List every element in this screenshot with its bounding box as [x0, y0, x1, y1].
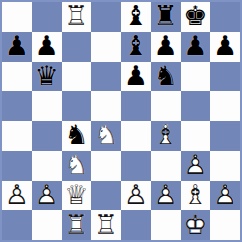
- piece-white-rook[interactable]: ♜♖: [64, 211, 88, 238]
- square-b8[interactable]: [32, 2, 62, 32]
- square-g6[interactable]: [181, 62, 211, 92]
- piece-black-pawn[interactable]: ♟: [5, 32, 29, 59]
- square-f8[interactable]: ♜: [151, 2, 181, 32]
- piece-white-bishop[interactable]: ♝♗: [154, 121, 178, 148]
- square-e1[interactable]: [121, 210, 151, 240]
- piece-white-pawn[interactable]: ♟♙: [183, 151, 207, 178]
- square-f5[interactable]: [151, 91, 181, 121]
- square-c7[interactable]: [62, 32, 92, 62]
- square-b6[interactable]: ♛: [32, 62, 62, 92]
- piece-white-pawn[interactable]: ♟♙: [124, 181, 148, 208]
- white-pawn-outline-icon: ♙: [183, 151, 207, 178]
- square-g1[interactable]: ♚♔: [181, 210, 211, 240]
- white-pawn-outline-icon: ♙: [35, 181, 59, 208]
- square-e8[interactable]: ♝: [121, 2, 151, 32]
- black-pawn-icon: ♟: [35, 32, 59, 59]
- square-h1[interactable]: [210, 210, 240, 240]
- square-f1[interactable]: [151, 210, 181, 240]
- square-d6[interactable]: [91, 62, 121, 92]
- piece-black-pawn[interactable]: ♟: [35, 32, 59, 59]
- square-g2[interactable]: ♝♗: [181, 181, 211, 211]
- black-knight-icon: ♞: [64, 121, 88, 148]
- black-pawn-icon: ♟: [5, 32, 29, 59]
- square-f4[interactable]: ♝♗: [151, 121, 181, 151]
- square-e6[interactable]: ♟: [121, 62, 151, 92]
- square-e5[interactable]: [121, 91, 151, 121]
- piece-black-pawn[interactable]: ♟: [124, 62, 148, 89]
- white-pawn-outline-icon: ♙: [5, 181, 29, 208]
- white-rook-outline-icon: ♖: [64, 2, 88, 29]
- square-d4[interactable]: ♞♘: [91, 121, 121, 151]
- white-bishop-outline-icon: ♗: [154, 121, 178, 148]
- piece-white-pawn[interactable]: ♟♙: [154, 181, 178, 208]
- square-f2[interactable]: ♟♙: [151, 181, 181, 211]
- piece-white-knight[interactable]: ♞♘: [64, 151, 88, 178]
- square-b2[interactable]: ♟♙: [32, 181, 62, 211]
- black-rook-icon: ♜: [154, 2, 178, 29]
- white-king-outline-icon: ♔: [183, 211, 207, 238]
- black-pawn-icon: ♟: [183, 32, 207, 59]
- piece-white-rook[interactable]: ♜♖: [64, 2, 88, 29]
- white-bishop-outline-icon: ♗: [183, 181, 207, 208]
- piece-white-pawn[interactable]: ♟♙: [5, 181, 29, 208]
- chess-board: ♜♖♝♜♚♟♟♝♟♟♟♛♟♞♞♞♘♝♗♞♘♟♙♟♙♟♙♛♕♟♙♟♙♝♗♟♙♜♖♜…: [0, 0, 242, 242]
- square-d5[interactable]: [91, 91, 121, 121]
- black-bishop-icon: ♝: [124, 32, 148, 59]
- square-c3[interactable]: ♞♘: [62, 151, 92, 181]
- square-h5[interactable]: [210, 91, 240, 121]
- square-h7[interactable]: ♟: [210, 32, 240, 62]
- piece-white-pawn[interactable]: ♟♙: [35, 181, 59, 208]
- square-h4[interactable]: [210, 121, 240, 151]
- black-pawn-icon: ♟: [213, 32, 237, 59]
- square-g7[interactable]: ♟: [181, 32, 211, 62]
- square-a6[interactable]: [2, 62, 32, 92]
- square-a5[interactable]: [2, 91, 32, 121]
- white-queen-outline-icon: ♕: [64, 181, 88, 208]
- square-c5[interactable]: [62, 91, 92, 121]
- black-pawn-icon: ♟: [124, 62, 148, 89]
- piece-black-knight[interactable]: ♞: [154, 62, 178, 89]
- piece-black-queen[interactable]: ♛: [35, 62, 59, 89]
- piece-white-rook[interactable]: ♜♖: [94, 211, 118, 238]
- piece-white-pawn[interactable]: ♟♙: [213, 181, 237, 208]
- square-h8[interactable]: [210, 2, 240, 32]
- piece-black-pawn[interactable]: ♟: [183, 32, 207, 59]
- piece-black-king[interactable]: ♚: [183, 2, 207, 29]
- square-g3[interactable]: ♟♙: [181, 151, 211, 181]
- square-b5[interactable]: [32, 91, 62, 121]
- piece-black-rook[interactable]: ♜: [154, 2, 178, 29]
- square-e2[interactable]: ♟♙: [121, 181, 151, 211]
- white-rook-outline-icon: ♖: [94, 211, 118, 238]
- square-h6[interactable]: [210, 62, 240, 92]
- square-d3[interactable]: [91, 151, 121, 181]
- square-a2[interactable]: ♟♙: [2, 181, 32, 211]
- white-pawn-outline-icon: ♙: [213, 181, 237, 208]
- square-g8[interactable]: ♚: [181, 2, 211, 32]
- square-h2[interactable]: ♟♙: [210, 181, 240, 211]
- piece-white-bishop[interactable]: ♝♗: [183, 181, 207, 208]
- square-f7[interactable]: ♟: [151, 32, 181, 62]
- square-c6[interactable]: [62, 62, 92, 92]
- square-e3[interactable]: [121, 151, 151, 181]
- square-c2[interactable]: ♛♕: [62, 181, 92, 211]
- square-a8[interactable]: [2, 2, 32, 32]
- white-pawn-outline-icon: ♙: [154, 181, 178, 208]
- square-b4[interactable]: [32, 121, 62, 151]
- square-e4[interactable]: [121, 121, 151, 151]
- square-c1[interactable]: ♜♖: [62, 210, 92, 240]
- square-d2[interactable]: [91, 181, 121, 211]
- piece-white-king[interactable]: ♚♔: [183, 211, 207, 238]
- square-b1[interactable]: [32, 210, 62, 240]
- square-a4[interactable]: [2, 121, 32, 151]
- square-d1[interactable]: ♜♖: [91, 210, 121, 240]
- white-rook-outline-icon: ♖: [64, 211, 88, 238]
- square-d7[interactable]: [91, 32, 121, 62]
- square-b3[interactable]: [32, 151, 62, 181]
- piece-black-pawn[interactable]: ♟: [213, 32, 237, 59]
- square-f6[interactable]: ♞: [151, 62, 181, 92]
- square-b7[interactable]: ♟: [32, 32, 62, 62]
- piece-black-knight[interactable]: ♞: [64, 121, 88, 148]
- black-knight-icon: ♞: [154, 62, 178, 89]
- black-bishop-icon: ♝: [124, 2, 148, 29]
- black-queen-icon: ♛: [35, 62, 59, 89]
- piece-black-bishop[interactable]: ♝: [124, 2, 148, 29]
- square-e7[interactable]: ♝: [121, 32, 151, 62]
- square-c4[interactable]: ♞: [62, 121, 92, 151]
- piece-white-knight[interactable]: ♞♘: [94, 121, 118, 148]
- square-d8[interactable]: [91, 2, 121, 32]
- piece-white-queen[interactable]: ♛♕: [64, 181, 88, 208]
- square-g5[interactable]: [181, 91, 211, 121]
- black-king-icon: ♚: [183, 2, 207, 29]
- square-g4[interactable]: [181, 121, 211, 151]
- square-a1[interactable]: [2, 210, 32, 240]
- square-a7[interactable]: ♟: [2, 32, 32, 62]
- square-c8[interactable]: ♜♖: [62, 2, 92, 32]
- piece-black-pawn[interactable]: ♟: [154, 32, 178, 59]
- white-knight-outline-icon: ♘: [64, 151, 88, 178]
- square-h3[interactable]: [210, 151, 240, 181]
- square-f3[interactable]: [151, 151, 181, 181]
- square-a3[interactable]: [2, 151, 32, 181]
- white-knight-outline-icon: ♘: [94, 121, 118, 148]
- piece-black-bishop[interactable]: ♝: [124, 32, 148, 59]
- white-pawn-outline-icon: ♙: [124, 181, 148, 208]
- black-pawn-icon: ♟: [154, 32, 178, 59]
